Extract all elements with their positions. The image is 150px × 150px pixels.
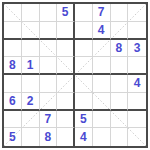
cell-r1c4[interactable]: 5 <box>57 4 75 22</box>
cell-r3c5[interactable] <box>75 40 93 58</box>
cell-r3c2[interactable] <box>22 40 40 58</box>
cell-r4c6[interactable] <box>93 57 111 75</box>
cell-r4c8[interactable] <box>128 57 146 75</box>
cell-r4c7[interactable] <box>111 57 129 75</box>
cell-r7c4[interactable] <box>57 111 75 129</box>
cell-r3c3[interactable] <box>40 40 58 58</box>
cell-r6c6[interactable] <box>93 93 111 111</box>
cell-r2c7[interactable] <box>111 22 129 40</box>
cell-r6c5[interactable] <box>75 93 93 111</box>
cell-r7c7[interactable] <box>111 111 129 129</box>
cell-r7c6[interactable] <box>93 111 111 129</box>
cell-r5c7[interactable] <box>111 75 129 93</box>
cell-r3c6[interactable] <box>93 40 111 58</box>
cell-r4c4[interactable] <box>57 57 75 75</box>
cell-r2c3[interactable] <box>40 22 58 40</box>
cell-r8c8[interactable] <box>128 128 146 146</box>
cell-r3c1[interactable] <box>4 40 22 58</box>
cell-r4c1[interactable]: 8 <box>4 57 22 75</box>
cell-r5c6[interactable] <box>93 75 111 93</box>
cell-r5c5[interactable] <box>75 75 93 93</box>
cell-r2c4[interactable] <box>57 22 75 40</box>
cell-r5c2[interactable] <box>22 75 40 93</box>
sudoku-board: 574838146275584 <box>2 2 148 148</box>
cell-r2c8[interactable] <box>128 22 146 40</box>
cell-r3c4[interactable] <box>57 40 75 58</box>
cell-r8c3[interactable]: 8 <box>40 128 58 146</box>
cell-r7c8[interactable] <box>128 111 146 129</box>
cell-r2c6[interactable]: 4 <box>93 22 111 40</box>
cell-r5c4[interactable] <box>57 75 75 93</box>
cell-r7c2[interactable] <box>22 111 40 129</box>
cell-r1c5[interactable] <box>75 4 93 22</box>
cell-r8c5[interactable]: 4 <box>75 128 93 146</box>
cell-r6c7[interactable] <box>111 93 129 111</box>
cell-r6c3[interactable] <box>40 93 58 111</box>
cell-r7c5[interactable]: 5 <box>75 111 93 129</box>
cell-r6c1[interactable]: 6 <box>4 93 22 111</box>
cell-r1c7[interactable] <box>111 4 129 22</box>
cell-r8c6[interactable] <box>93 128 111 146</box>
cell-r1c2[interactable] <box>22 4 40 22</box>
cell-r6c2[interactable]: 2 <box>22 93 40 111</box>
cell-r5c3[interactable] <box>40 75 58 93</box>
cell-r6c4[interactable] <box>57 93 75 111</box>
cell-r3c8[interactable]: 3 <box>128 40 146 58</box>
cell-r1c6[interactable]: 7 <box>93 4 111 22</box>
cell-r1c1[interactable] <box>4 4 22 22</box>
cell-r7c3[interactable]: 7 <box>40 111 58 129</box>
cell-r2c1[interactable] <box>4 22 22 40</box>
cell-r8c7[interactable] <box>111 128 129 146</box>
cell-r2c5[interactable] <box>75 22 93 40</box>
cell-r1c3[interactable] <box>40 4 58 22</box>
cell-r2c2[interactable] <box>22 22 40 40</box>
cell-r8c1[interactable]: 5 <box>4 128 22 146</box>
cell-r4c2[interactable]: 1 <box>22 57 40 75</box>
cell-r1c8[interactable] <box>128 4 146 22</box>
cell-r5c8[interactable]: 4 <box>128 75 146 93</box>
sudoku-grid: 574838146275584 <box>4 4 146 146</box>
cell-r4c5[interactable] <box>75 57 93 75</box>
cell-r7c1[interactable] <box>4 111 22 129</box>
cell-r3c7[interactable]: 8 <box>111 40 129 58</box>
cell-r6c8[interactable] <box>128 93 146 111</box>
cell-r4c3[interactable] <box>40 57 58 75</box>
cell-r8c2[interactable] <box>22 128 40 146</box>
cell-r5c1[interactable] <box>4 75 22 93</box>
cell-r8c4[interactable] <box>57 128 75 146</box>
